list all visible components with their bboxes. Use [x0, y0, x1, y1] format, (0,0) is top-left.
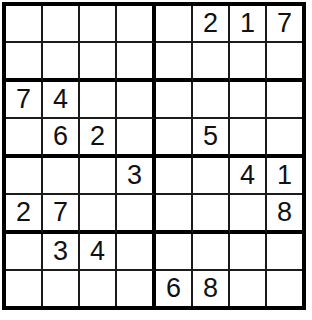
cell-r3c7[interactable] [230, 82, 267, 119]
cell-r7c5[interactable] [156, 234, 193, 271]
cell-r7c7[interactable] [230, 234, 267, 271]
cell-r7c8[interactable] [267, 234, 302, 271]
cell-r6c5[interactable] [156, 195, 193, 234]
cell-r7c6[interactable] [193, 234, 230, 271]
cell-r2c8[interactable] [267, 43, 302, 82]
cell-r2c1[interactable] [6, 43, 43, 82]
cell-r4c8[interactable] [267, 119, 302, 158]
cell-r6c3[interactable] [80, 195, 117, 234]
cell-r3c4[interactable] [117, 82, 156, 119]
cell-r6c2[interactable]: 7 [43, 195, 80, 234]
cell-r2c5[interactable] [156, 43, 193, 82]
cell-r5c7[interactable]: 4 [230, 158, 267, 195]
cell-r2c4[interactable] [117, 43, 156, 82]
cell-r4c3[interactable]: 2 [80, 119, 117, 158]
cell-r4c4[interactable] [117, 119, 156, 158]
cell-r5c1[interactable] [6, 158, 43, 195]
cell-r6c8[interactable]: 8 [267, 195, 302, 234]
cell-r5c3[interactable] [80, 158, 117, 195]
cell-r8c7[interactable] [230, 271, 267, 306]
cell-r7c2[interactable]: 3 [43, 234, 80, 271]
sudoku-board: 217746253412783468 [2, 2, 306, 310]
cell-r3c6[interactable] [193, 82, 230, 119]
cell-r8c6[interactable]: 8 [193, 271, 230, 306]
cell-r1c8[interactable]: 7 [267, 6, 302, 43]
cell-r2c6[interactable] [193, 43, 230, 82]
cell-r5c2[interactable] [43, 158, 80, 195]
cell-r2c2[interactable] [43, 43, 80, 82]
cell-r6c1[interactable]: 2 [6, 195, 43, 234]
cell-r8c3[interactable] [80, 271, 117, 306]
cell-r8c8[interactable] [267, 271, 302, 306]
cell-r7c1[interactable] [6, 234, 43, 271]
cell-r6c7[interactable] [230, 195, 267, 234]
cell-r3c2[interactable]: 4 [43, 82, 80, 119]
cell-r8c1[interactable] [6, 271, 43, 306]
cell-r1c7[interactable]: 1 [230, 6, 267, 43]
cell-r5c8[interactable]: 1 [267, 158, 302, 195]
cell-r4c2[interactable]: 6 [43, 119, 80, 158]
cell-r5c4[interactable]: 3 [117, 158, 156, 195]
cell-r1c5[interactable] [156, 6, 193, 43]
cell-r1c3[interactable] [80, 6, 117, 43]
cell-r6c6[interactable] [193, 195, 230, 234]
cell-r1c1[interactable] [6, 6, 43, 43]
cell-r1c6[interactable]: 2 [193, 6, 230, 43]
page: 217746253412783468 [0, 0, 312, 320]
cell-r3c5[interactable] [156, 82, 193, 119]
cell-r2c7[interactable] [230, 43, 267, 82]
cell-r5c5[interactable] [156, 158, 193, 195]
cell-r4c7[interactable] [230, 119, 267, 158]
cell-r8c4[interactable] [117, 271, 156, 306]
cell-r1c2[interactable] [43, 6, 80, 43]
cell-r7c4[interactable] [117, 234, 156, 271]
cell-r1c4[interactable] [117, 6, 156, 43]
cell-r7c3[interactable]: 4 [80, 234, 117, 271]
cell-r8c2[interactable] [43, 271, 80, 306]
cell-r4c6[interactable]: 5 [193, 119, 230, 158]
cell-r3c3[interactable] [80, 82, 117, 119]
cell-r4c1[interactable] [6, 119, 43, 158]
cell-r3c8[interactable] [267, 82, 302, 119]
cell-r5c6[interactable] [193, 158, 230, 195]
cell-r6c4[interactable] [117, 195, 156, 234]
cell-r3c1[interactable]: 7 [6, 82, 43, 119]
cell-r2c3[interactable] [80, 43, 117, 82]
cell-r4c5[interactable] [156, 119, 193, 158]
cell-r8c5[interactable]: 6 [156, 271, 193, 306]
